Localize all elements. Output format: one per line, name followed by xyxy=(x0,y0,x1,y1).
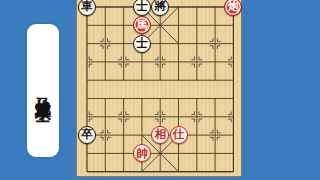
video-frame: 马炮对车卒双士 車士將炮馬士卒相仕帥 xyxy=(0,0,320,180)
piece-glyph: 卒 xyxy=(81,129,93,141)
board-grid xyxy=(77,0,243,177)
piece-red-horse-d1[interactable]: 馬 xyxy=(133,16,151,34)
piece-glyph: 相 xyxy=(154,129,166,141)
piece-red-elephant-e7[interactable]: 相 xyxy=(151,126,169,144)
piece-glyph: 馬 xyxy=(136,20,148,32)
piece-glyph: 帥 xyxy=(136,148,148,160)
piece-glyph: 仕 xyxy=(173,129,185,141)
piece-red-advisor-f7[interactable]: 仕 xyxy=(170,126,188,144)
xiangqi-board[interactable]: 車士將炮馬士卒相仕帥 xyxy=(76,0,242,177)
piece-glyph: 車 xyxy=(81,1,93,13)
piece-red-general-d8[interactable]: 帥 xyxy=(133,144,151,162)
piece-glyph: 士 xyxy=(136,38,148,50)
piece-glyph: 將 xyxy=(154,1,166,13)
piece-glyph: 士 xyxy=(136,1,148,13)
piece-black-soldier-a7[interactable]: 卒 xyxy=(78,126,96,144)
piece-black-advisor-d2[interactable]: 士 xyxy=(133,35,151,53)
piece-glyph: 炮 xyxy=(228,1,240,13)
title-banner: 马炮对车卒双士 xyxy=(27,24,59,157)
title-text: 马炮对车卒双士 xyxy=(35,85,51,96)
